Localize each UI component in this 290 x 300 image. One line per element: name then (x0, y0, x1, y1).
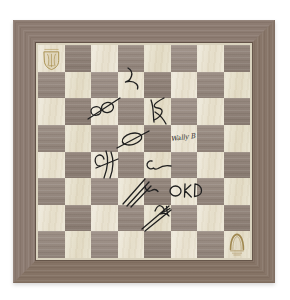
square-h1 (224, 231, 251, 258)
playing-area: Wally B (36, 43, 252, 260)
square-h2 (224, 205, 251, 232)
square-e4 (144, 152, 171, 179)
square-e5 (144, 125, 171, 152)
square-c3 (91, 178, 118, 205)
square-b5 (65, 125, 92, 152)
square-e1 (144, 231, 171, 258)
square-c8 (91, 45, 118, 72)
board-frame-left (13, 20, 36, 283)
square-a8 (38, 45, 65, 72)
square-f3 (171, 178, 198, 205)
square-a2 (38, 205, 65, 232)
square-b4 (65, 152, 92, 179)
square-d1 (118, 231, 145, 258)
square-c1 (91, 231, 118, 258)
square-h6 (224, 98, 251, 125)
square-g2 (197, 205, 224, 232)
square-f2 (171, 205, 198, 232)
board-frame-top (13, 20, 275, 43)
square-h3 (224, 178, 251, 205)
square-c7 (91, 72, 118, 99)
square-a3 (38, 178, 65, 205)
square-h5 (224, 125, 251, 152)
square-c4 (91, 152, 118, 179)
square-f4 (171, 152, 198, 179)
square-b2 (65, 205, 92, 232)
square-f8 (171, 45, 198, 72)
square-d5 (118, 125, 145, 152)
square-d7 (118, 72, 145, 99)
square-f1 (171, 231, 198, 258)
square-b6 (65, 98, 92, 125)
square-d4 (118, 152, 145, 179)
board-frame-bottom (13, 260, 275, 283)
square-d3 (118, 178, 145, 205)
square-b1 (65, 231, 92, 258)
square-d6 (118, 98, 145, 125)
square-d8 (118, 45, 145, 72)
square-e7 (144, 72, 171, 99)
square-a6 (38, 98, 65, 125)
square-h7 (224, 72, 251, 99)
photo-background: Wally B (0, 0, 290, 300)
square-h4 (224, 152, 251, 179)
square-a7 (38, 72, 65, 99)
square-c5 (91, 125, 118, 152)
square-h8 (224, 45, 251, 72)
board-frame-right (252, 20, 275, 283)
square-f6 (171, 98, 198, 125)
square-a4 (38, 152, 65, 179)
square-g5 (197, 125, 224, 152)
square-g6 (197, 98, 224, 125)
square-e2 (144, 205, 171, 232)
square-b8 (65, 45, 92, 72)
square-c2 (91, 205, 118, 232)
square-e6 (144, 98, 171, 125)
square-e8 (144, 45, 171, 72)
square-c6 (91, 98, 118, 125)
square-f7 (171, 72, 198, 99)
square-f5 (171, 125, 198, 152)
chess-board: Wally B (13, 20, 275, 283)
board-grid (38, 45, 250, 258)
square-b7 (65, 72, 92, 99)
square-g4 (197, 152, 224, 179)
square-g1 (197, 231, 224, 258)
square-g8 (197, 45, 224, 72)
square-g3 (197, 178, 224, 205)
square-d2 (118, 205, 145, 232)
square-g7 (197, 72, 224, 99)
square-b3 (65, 178, 92, 205)
square-a5 (38, 125, 65, 152)
square-e3 (144, 178, 171, 205)
square-a1 (38, 231, 65, 258)
